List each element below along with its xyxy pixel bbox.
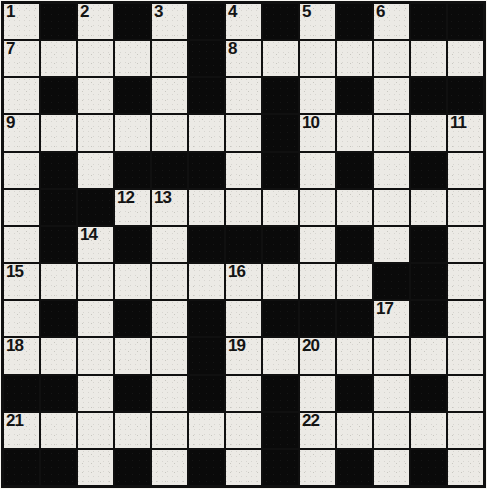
block-r0-c12 [448,4,483,39]
block-r9-c5 [189,338,224,373]
block-r2-c5 [189,78,224,113]
clue-number-7: 7 [6,40,14,58]
block-r12-c3 [115,450,150,485]
cell-r11-c2[interactable] [78,413,113,448]
block-r2-c12 [448,78,483,113]
cell-r1-c1[interactable] [41,41,76,76]
cell-r4-c10[interactable] [374,153,409,188]
block-r11-c7 [263,413,298,448]
cell-r2-c4[interactable] [152,78,187,113]
cell-r7-c2[interactable] [78,264,113,299]
block-r10-c7 [263,376,298,411]
cell-r1-c12[interactable] [448,41,483,76]
cell-r3-c10[interactable] [374,115,409,150]
block-r10-c11 [411,376,446,411]
cell-r9-c7[interactable] [263,338,298,373]
cell-r3-c5[interactable] [189,115,224,150]
cell-r2-c10[interactable] [374,78,409,113]
cell-r9-c8[interactable]: 20 [300,338,335,373]
cell-r1-c6[interactable]: 8 [226,41,261,76]
cell-r5-c0[interactable] [4,190,39,225]
cell-r2-c8[interactable] [300,78,335,113]
cell-r11-c9[interactable] [337,413,372,448]
cell-r0-c6[interactable]: 4 [226,4,261,39]
cell-r6-c0[interactable] [4,227,39,262]
cell-r1-c3[interactable] [115,41,150,76]
block-r10-c1 [41,376,76,411]
cell-r10-c6[interactable] [226,376,261,411]
block-r0-c1 [41,4,76,39]
cell-r9-c11[interactable] [411,338,446,373]
cell-r7-c8[interactable] [300,264,335,299]
cell-r8-c4[interactable] [152,301,187,336]
cell-r12-c8[interactable] [300,450,335,485]
cell-r0-c2[interactable]: 2 [78,4,113,39]
block-r4-c11 [411,153,446,188]
cell-r8-c10[interactable]: 17 [374,301,409,336]
clue-number-4: 4 [228,3,236,21]
cell-r7-c1[interactable] [41,264,76,299]
cell-r1-c8[interactable] [300,41,335,76]
block-r12-c7 [263,450,298,485]
clue-number-21: 21 [6,412,23,430]
block-r2-c3 [115,78,150,113]
cell-r6-c2[interactable]: 14 [78,227,113,262]
cell-r7-c6[interactable]: 16 [226,264,261,299]
cell-r8-c2[interactable] [78,301,113,336]
cell-r3-c11[interactable] [411,115,446,150]
crossword-page: 12345678910111213141516171819202122 [0,0,487,489]
cell-r2-c2[interactable] [78,78,113,113]
cell-r1-c7[interactable] [263,41,298,76]
cell-r8-c12[interactable] [448,301,483,336]
clue-number-22: 22 [302,412,319,430]
cell-r11-c5[interactable] [189,413,224,448]
cell-r10-c12[interactable] [448,376,483,411]
block-r4-c3 [115,153,150,188]
cell-r5-c9[interactable] [337,190,372,225]
block-r12-c9 [337,450,372,485]
block-r8-c8 [300,301,335,336]
cell-r9-c4[interactable] [152,338,187,373]
clue-number-16: 16 [228,263,245,281]
block-r2-c1 [41,78,76,113]
cell-r4-c0[interactable] [4,153,39,188]
cell-r9-c10[interactable] [374,338,409,373]
block-r8-c5 [189,301,224,336]
cell-r11-c10[interactable] [374,413,409,448]
clue-number-8: 8 [228,40,236,58]
cell-r6-c10[interactable] [374,227,409,262]
cell-r4-c6[interactable] [226,153,261,188]
cell-r8-c0[interactable] [4,301,39,336]
block-r5-c2 [78,190,113,225]
cell-r1-c11[interactable] [411,41,446,76]
clue-number-20: 20 [302,337,319,355]
cell-r9-c12[interactable] [448,338,483,373]
cell-r6-c12[interactable] [448,227,483,262]
block-r8-c3 [115,301,150,336]
block-r10-c0 [4,376,39,411]
cell-r1-c10[interactable] [374,41,409,76]
cell-r5-c6[interactable] [226,190,261,225]
block-r6-c11 [411,227,446,262]
cell-r11-c8[interactable]: 22 [300,413,335,448]
cell-r0-c8[interactable]: 5 [300,4,335,39]
cell-r2-c6[interactable] [226,78,261,113]
cell-r5-c12[interactable] [448,190,483,225]
cell-r12-c10[interactable] [374,450,409,485]
cell-r1-c9[interactable] [337,41,372,76]
cell-r6-c4[interactable] [152,227,187,262]
cell-r4-c8[interactable] [300,153,335,188]
block-r7-c10 [374,264,409,299]
cell-r7-c12[interactable] [448,264,483,299]
cell-r11-c4[interactable] [152,413,187,448]
block-r0-c7 [263,4,298,39]
block-r6-c3 [115,227,150,262]
block-r8-c7 [263,301,298,336]
cell-r3-c2[interactable] [78,115,113,150]
cell-r3-c6[interactable] [226,115,261,150]
block-r10-c3 [115,376,150,411]
cell-r11-c12[interactable] [448,413,483,448]
block-r7-c11 [411,264,446,299]
cell-r3-c4[interactable] [152,115,187,150]
cell-r10-c8[interactable] [300,376,335,411]
cell-r9-c6[interactable]: 19 [226,338,261,373]
clue-number-18: 18 [6,337,23,355]
clue-number-11: 11 [450,114,466,132]
clue-number-15: 15 [6,263,23,281]
block-r6-c7 [263,227,298,262]
block-r2-c7 [263,78,298,113]
cell-r11-c1[interactable] [41,413,76,448]
cell-r11-c0[interactable]: 21 [4,413,39,448]
cell-r12-c12[interactable] [448,450,483,485]
cell-r3-c0[interactable]: 9 [4,115,39,150]
cell-r9-c0[interactable]: 18 [4,338,39,373]
crossword-board: 12345678910111213141516171819202122 [1,1,486,488]
cell-r9-c9[interactable] [337,338,372,373]
clue-number-17: 17 [376,300,393,318]
cell-r3-c8[interactable]: 10 [300,115,335,150]
cell-r7-c4[interactable] [152,264,187,299]
cell-r3-c12[interactable]: 11 [448,115,483,150]
cell-r3-c1[interactable] [41,115,76,150]
block-r4-c1 [41,153,76,188]
block-r8-c11 [411,301,446,336]
cell-r11-c6[interactable] [226,413,261,448]
block-r10-c5 [189,376,224,411]
cell-r0-c4[interactable]: 3 [152,4,187,39]
cell-r10-c4[interactable] [152,376,187,411]
block-r12-c11 [411,450,446,485]
cell-r7-c0[interactable]: 15 [4,264,39,299]
cell-r4-c12[interactable] [448,153,483,188]
cell-r1-c4[interactable] [152,41,187,76]
cell-r5-c4[interactable]: 13 [152,190,187,225]
cell-r7-c9[interactable] [337,264,372,299]
clue-number-6: 6 [376,3,384,21]
block-r8-c1 [41,301,76,336]
block-r12-c1 [41,450,76,485]
cell-r12-c4[interactable] [152,450,187,485]
cell-r10-c2[interactable] [78,376,113,411]
block-r0-c3 [115,4,150,39]
clue-number-13: 13 [154,189,171,207]
block-r2-c9 [337,78,372,113]
clue-number-1: 1 [6,3,14,21]
cell-r9-c1[interactable] [41,338,76,373]
block-r2-c11 [411,78,446,113]
cell-r5-c3[interactable]: 12 [115,190,150,225]
clue-number-19: 19 [228,337,245,355]
clue-number-12: 12 [117,189,134,207]
clue-number-14: 14 [80,226,97,244]
block-r4-c9 [337,153,372,188]
cell-r5-c7[interactable] [263,190,298,225]
cell-r2-c0[interactable] [4,78,39,113]
cell-r11-c3[interactable] [115,413,150,448]
cell-r4-c2[interactable] [78,153,113,188]
block-r0-c11 [411,4,446,39]
clue-number-10: 10 [302,114,319,132]
cell-r9-c2[interactable] [78,338,113,373]
block-r0-c9 [337,4,372,39]
block-r10-c9 [337,376,372,411]
cell-r7-c3[interactable] [115,264,150,299]
cell-r12-c2[interactable] [78,450,113,485]
cell-r3-c3[interactable] [115,115,150,150]
block-r4-c7 [263,153,298,188]
cell-r6-c8[interactable] [300,227,335,262]
cell-r7-c5[interactable] [189,264,224,299]
block-r4-c5 [189,153,224,188]
clue-number-3: 3 [154,3,162,21]
cell-r0-c0[interactable]: 1 [4,4,39,39]
block-r4-c4 [152,153,187,188]
block-r6-c1 [41,227,76,262]
cell-r5-c8[interactable] [300,190,335,225]
cell-r10-c10[interactable] [374,376,409,411]
cell-r5-c5[interactable] [189,190,224,225]
cell-r9-c3[interactable] [115,338,150,373]
cell-r1-c2[interactable] [78,41,113,76]
clue-number-5: 5 [302,3,310,21]
clue-number-9: 9 [6,114,14,132]
block-r3-c7 [263,115,298,150]
block-r6-c6 [226,227,261,262]
block-r1-c5 [189,41,224,76]
block-r6-c5 [189,227,224,262]
cell-r3-c9[interactable] [337,115,372,150]
cell-r12-c6[interactable] [226,450,261,485]
cell-r0-c10[interactable]: 6 [374,4,409,39]
cell-r7-c7[interactable] [263,264,298,299]
cell-r8-c6[interactable] [226,301,261,336]
clue-number-2: 2 [80,3,88,21]
block-r8-c9 [337,301,372,336]
block-r0-c5 [189,4,224,39]
block-r12-c0 [4,450,39,485]
cell-r11-c11[interactable] [411,413,446,448]
block-r12-c5 [189,450,224,485]
block-r6-c9 [337,227,372,262]
cell-r1-c0[interactable]: 7 [4,41,39,76]
block-r5-c1 [41,190,76,225]
cell-r5-c10[interactable] [374,190,409,225]
cell-r5-c11[interactable] [411,190,446,225]
